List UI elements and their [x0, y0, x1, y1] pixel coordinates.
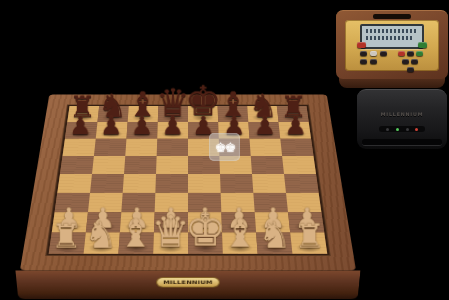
square-c7[interactable]: ♟ — [126, 122, 157, 139]
logo-watermark-two-kings-icon: ♚♚ — [209, 133, 240, 161]
square-e4[interactable] — [188, 174, 221, 193]
square-c6[interactable] — [125, 139, 157, 156]
product-photo-scene: ♜♞♝♛♚♝♞♜♟♟♟♟♟♟♟♟♟♟♟♟♟♟♟♟♜♞♝♛♚♝♞♜ MILLENN… — [0, 0, 449, 300]
chess-link-module: MILLENNIUM — [357, 89, 447, 149]
square-f1[interactable]: ♝ — [222, 233, 258, 254]
square-g4[interactable] — [252, 174, 286, 193]
square-e1[interactable]: ♚ — [188, 233, 223, 254]
square-d1[interactable]: ♛ — [153, 233, 188, 254]
board-frame: ♜♞♝♛♚♝♞♜♟♟♟♟♟♟♟♟♟♟♟♟♟♟♟♟♜♞♝♛♚♝♞♜ MILLENN… — [20, 94, 356, 270]
piece-white-knight[interactable]: ♞ — [84, 216, 117, 253]
board-grid: ♜♞♝♛♚♝♞♜♟♟♟♟♟♟♟♟♟♟♟♟♟♟♟♟♜♞♝♛♚♝♞♜ — [46, 105, 329, 255]
square-a5[interactable] — [60, 156, 94, 174]
function-button-5[interactable] — [370, 59, 377, 64]
square-a1[interactable]: ♜ — [49, 233, 86, 254]
square-b4[interactable] — [90, 174, 124, 193]
dpad-right-button[interactable] — [411, 59, 418, 64]
lcd-line-2 — [366, 36, 412, 40]
square-b1[interactable]: ♞ — [84, 233, 120, 254]
led-strip — [379, 126, 425, 132]
control-unit — [336, 10, 448, 88]
piece-white-rook[interactable]: ♜ — [51, 219, 81, 253]
square-h7[interactable]: ♟ — [279, 122, 312, 139]
piece-white-king[interactable]: ♚ — [184, 206, 226, 253]
dpad-up-button[interactable] — [407, 51, 414, 56]
piece-black-pawn[interactable]: ♟ — [69, 113, 91, 138]
piece-black-pawn[interactable]: ♟ — [161, 113, 183, 138]
piece-black-pawn[interactable]: ♟ — [100, 113, 122, 138]
square-b5[interactable] — [92, 156, 125, 174]
piece-white-rook[interactable]: ♜ — [295, 219, 325, 253]
square-d7[interactable]: ♟ — [157, 122, 188, 139]
control-unit-body — [336, 10, 448, 79]
red-back-button[interactable] — [357, 42, 366, 48]
brand-nameplate: MILLENNIUM — [157, 278, 219, 286]
module-front-groove — [362, 139, 442, 146]
square-b7[interactable]: ♟ — [96, 122, 128, 139]
lcd-line-1 — [366, 29, 418, 33]
piece-white-bishop[interactable]: ♝ — [223, 214, 258, 253]
led-off2-icon — [406, 128, 409, 131]
piece-white-knight[interactable]: ♞ — [258, 216, 291, 253]
board-front-apron: MILLENNIUM — [15, 270, 360, 299]
square-c5[interactable] — [124, 156, 157, 174]
led-red-icon — [415, 128, 418, 131]
green-ok-button[interactable] — [418, 42, 427, 48]
dpad-green-button[interactable] — [416, 51, 423, 56]
piece-black-pawn[interactable]: ♟ — [284, 113, 306, 138]
function-button-4[interactable] — [360, 59, 367, 64]
square-a6[interactable] — [63, 139, 96, 156]
function-button-1[interactable] — [360, 51, 367, 56]
square-d4[interactable] — [155, 174, 188, 193]
chess-board: ♜♞♝♛♚♝♞♜♟♟♟♟♟♟♟♟♟♟♟♟♟♟♟♟♜♞♝♛♚♝♞♜ MILLENN… — [36, 22, 340, 300]
square-b6[interactable] — [94, 139, 127, 156]
square-g7[interactable]: ♟ — [248, 122, 280, 139]
square-g1[interactable]: ♞ — [256, 233, 292, 254]
led-off-icon — [386, 128, 389, 131]
square-h5[interactable] — [282, 156, 316, 174]
function-button-2[interactable] — [370, 51, 377, 56]
square-h1[interactable]: ♜ — [290, 233, 327, 254]
square-c1[interactable]: ♝ — [118, 233, 154, 254]
module-brand-label: MILLENNIUM — [366, 112, 438, 118]
piece-black-pawn[interactable]: ♟ — [131, 113, 153, 138]
square-h6[interactable] — [280, 139, 313, 156]
piece-white-bishop[interactable]: ♝ — [118, 214, 153, 253]
dpad-red-button[interactable] — [398, 51, 405, 56]
square-d6[interactable] — [157, 139, 188, 156]
square-g6[interactable] — [250, 139, 283, 156]
brass-faceplate — [345, 20, 439, 71]
function-button-3[interactable] — [380, 51, 387, 56]
piece-black-pawn[interactable]: ♟ — [254, 113, 276, 138]
square-c4[interactable] — [123, 174, 156, 193]
lcd-display — [360, 24, 424, 49]
square-h4[interactable] — [284, 174, 319, 193]
square-d5[interactable] — [156, 156, 188, 174]
dpad-down-button[interactable] — [407, 67, 414, 72]
dpad-left-button[interactable] — [402, 59, 409, 64]
square-a7[interactable]: ♟ — [65, 122, 98, 139]
control-unit-top-slot — [373, 14, 411, 19]
square-f4[interactable] — [220, 174, 253, 193]
led-green-icon — [396, 128, 399, 131]
square-a4[interactable] — [57, 174, 92, 193]
square-g5[interactable] — [251, 156, 284, 174]
